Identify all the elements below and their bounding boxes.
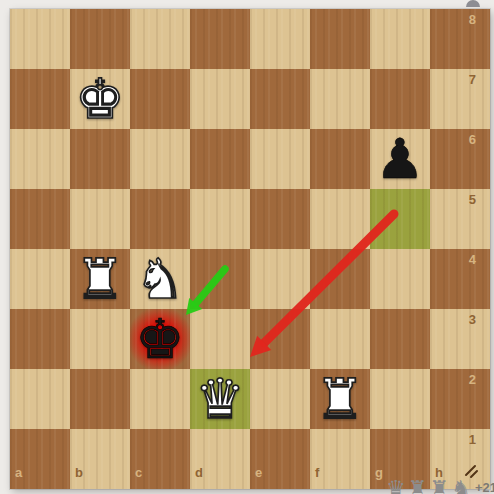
square-e8[interactable] bbox=[250, 9, 310, 69]
square-e2[interactable] bbox=[250, 369, 310, 429]
rank-label-3: 3 bbox=[469, 313, 476, 326]
square-b1[interactable]: b bbox=[70, 429, 130, 489]
square-e5[interactable] bbox=[250, 189, 310, 249]
square-d7[interactable] bbox=[190, 69, 250, 129]
rank-label-8: 8 bbox=[469, 13, 476, 26]
piece-wQ-d2[interactable]: ♛ bbox=[190, 369, 250, 429]
chess-board[interactable]: 8♚7♟65♜♞4♚3♛♜2abcdefg1h bbox=[10, 9, 490, 489]
square-e3[interactable] bbox=[250, 309, 310, 369]
square-h6[interactable]: 6 bbox=[430, 129, 490, 189]
file-label-d: d bbox=[195, 466, 203, 479]
square-f7[interactable] bbox=[310, 69, 370, 129]
piece-bK-c3[interactable]: ♚ bbox=[130, 309, 190, 369]
square-f5[interactable] bbox=[310, 189, 370, 249]
square-h7[interactable]: 7 bbox=[430, 69, 490, 129]
square-g3[interactable] bbox=[370, 309, 430, 369]
square-g8[interactable] bbox=[370, 9, 430, 69]
square-g4[interactable] bbox=[370, 249, 430, 309]
square-g2[interactable] bbox=[370, 369, 430, 429]
square-e4[interactable] bbox=[250, 249, 310, 309]
square-b8[interactable] bbox=[70, 9, 130, 69]
square-b7[interactable]: ♚ bbox=[70, 69, 130, 129]
square-f2[interactable]: ♜ bbox=[310, 369, 370, 429]
square-e7[interactable] bbox=[250, 69, 310, 129]
square-b2[interactable] bbox=[70, 369, 130, 429]
file-label-f: f bbox=[315, 466, 319, 479]
piece-wK-b7[interactable]: ♚ bbox=[70, 69, 130, 129]
square-c1[interactable]: c bbox=[130, 429, 190, 489]
captured-piece-icons: ♛♜♜♞ bbox=[386, 478, 473, 494]
square-d5[interactable] bbox=[190, 189, 250, 249]
square-d2[interactable]: ♛ bbox=[190, 369, 250, 429]
square-d8[interactable] bbox=[190, 9, 250, 69]
square-a2[interactable] bbox=[10, 369, 70, 429]
page-background: { "game": "chess", "position": { "fen": … bbox=[0, 0, 494, 494]
square-b4[interactable]: ♜ bbox=[70, 249, 130, 309]
rank-label-7: 7 bbox=[469, 73, 476, 86]
square-c6[interactable] bbox=[130, 129, 190, 189]
square-f1[interactable]: f bbox=[310, 429, 370, 489]
square-g5[interactable] bbox=[370, 189, 430, 249]
square-f8[interactable] bbox=[310, 9, 370, 69]
rank-label-4: 4 bbox=[469, 253, 476, 266]
square-g7[interactable] bbox=[370, 69, 430, 129]
rank-label-2: 2 bbox=[469, 373, 476, 386]
square-d4[interactable] bbox=[190, 249, 250, 309]
material-queen-icon: ♛ bbox=[386, 478, 406, 494]
square-b6[interactable] bbox=[70, 129, 130, 189]
material-rook-icon: ♜ bbox=[429, 478, 449, 494]
square-h4[interactable]: 4 bbox=[430, 249, 490, 309]
square-a8[interactable] bbox=[10, 9, 70, 69]
file-label-c: c bbox=[135, 466, 142, 479]
square-c3[interactable]: ♚ bbox=[130, 309, 190, 369]
square-e1[interactable]: e bbox=[250, 429, 310, 489]
rank-label-1: 1 bbox=[469, 433, 476, 446]
file-label-e: e bbox=[255, 466, 262, 479]
cutoff-pawn-head-icon bbox=[466, 0, 480, 7]
material-advantage-display: ♛♜♜♞ +21 bbox=[386, 478, 494, 494]
piece-bP-g6[interactable]: ♟ bbox=[370, 129, 430, 189]
square-h3[interactable]: 3 bbox=[430, 309, 490, 369]
square-f3[interactable] bbox=[310, 309, 370, 369]
square-a3[interactable] bbox=[10, 309, 70, 369]
piece-wN-c4[interactable]: ♞ bbox=[130, 249, 190, 309]
square-c8[interactable] bbox=[130, 9, 190, 69]
square-a5[interactable] bbox=[10, 189, 70, 249]
file-label-g: g bbox=[375, 466, 383, 479]
file-label-a: a bbox=[15, 466, 22, 479]
material-rook-icon: ♜ bbox=[408, 478, 428, 494]
square-a6[interactable] bbox=[10, 129, 70, 189]
square-c5[interactable] bbox=[130, 189, 190, 249]
square-f4[interactable] bbox=[310, 249, 370, 309]
square-c4[interactable]: ♞ bbox=[130, 249, 190, 309]
square-d1[interactable]: d bbox=[190, 429, 250, 489]
square-h5[interactable]: 5 bbox=[430, 189, 490, 249]
square-e6[interactable] bbox=[250, 129, 310, 189]
square-b3[interactable] bbox=[70, 309, 130, 369]
piece-wR-b4[interactable]: ♜ bbox=[70, 249, 130, 309]
square-a4[interactable] bbox=[10, 249, 70, 309]
square-f6[interactable] bbox=[310, 129, 370, 189]
square-g6[interactable]: ♟ bbox=[370, 129, 430, 189]
square-d3[interactable] bbox=[190, 309, 250, 369]
square-a7[interactable] bbox=[10, 69, 70, 129]
square-c2[interactable] bbox=[130, 369, 190, 429]
square-a1[interactable]: a bbox=[10, 429, 70, 489]
square-d6[interactable] bbox=[190, 129, 250, 189]
material-knight-icon: ♞ bbox=[451, 478, 471, 494]
square-h2[interactable]: 2 bbox=[430, 369, 490, 429]
piece-wR-f2[interactable]: ♜ bbox=[310, 369, 370, 429]
square-c7[interactable] bbox=[130, 69, 190, 129]
material-advantage-value: +21 bbox=[475, 481, 494, 494]
square-b5[interactable] bbox=[70, 189, 130, 249]
rank-label-6: 6 bbox=[469, 133, 476, 146]
square-h8[interactable]: 8 bbox=[430, 9, 490, 69]
file-label-b: b bbox=[75, 466, 83, 479]
rank-label-5: 5 bbox=[469, 193, 476, 206]
